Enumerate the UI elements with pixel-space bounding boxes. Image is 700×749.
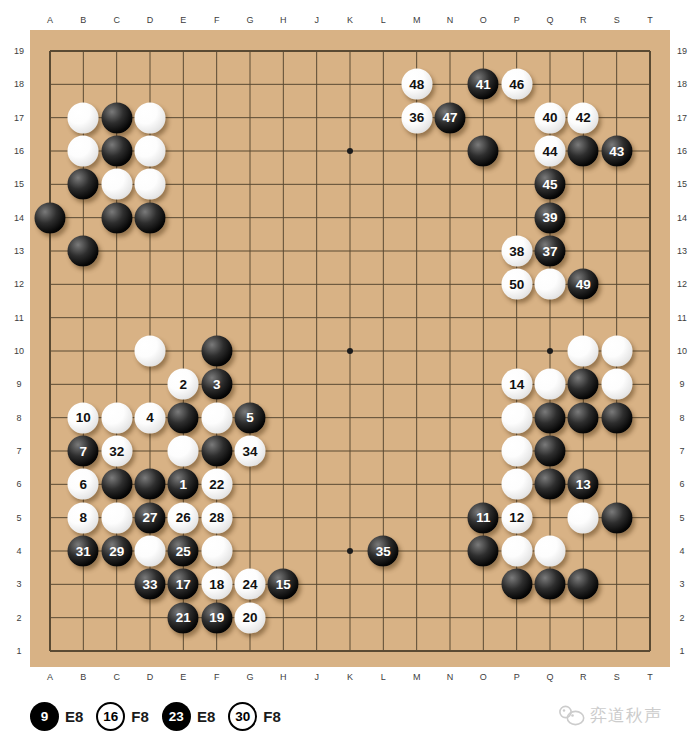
stone-C14 bbox=[101, 202, 132, 233]
stone-S9 bbox=[601, 369, 632, 400]
stone-Q13: 37 bbox=[535, 236, 566, 267]
go-stones-icon bbox=[557, 703, 587, 728]
move-number: 43 bbox=[609, 144, 624, 158]
stone-E5: 26 bbox=[168, 502, 199, 533]
move-number: 26 bbox=[176, 511, 191, 525]
row-label-right: 1 bbox=[679, 647, 684, 656]
move-number: 38 bbox=[509, 244, 524, 258]
row-label-left: 3 bbox=[16, 580, 21, 589]
stone-D4 bbox=[135, 536, 166, 567]
column-label-bottom: J bbox=[314, 673, 319, 682]
move-number: 41 bbox=[476, 78, 491, 92]
column-label-top: A bbox=[47, 16, 53, 25]
stone-C7: 32 bbox=[101, 436, 132, 467]
stone-C5 bbox=[101, 502, 132, 533]
stone-D8: 4 bbox=[135, 402, 166, 433]
stone-E3: 17 bbox=[168, 569, 199, 600]
stone-S16: 43 bbox=[601, 136, 632, 167]
stone-R16 bbox=[568, 136, 599, 167]
stone-F6: 22 bbox=[201, 469, 232, 500]
stone-B4: 31 bbox=[68, 536, 99, 567]
column-label-bottom: S bbox=[614, 673, 620, 682]
row-label-left: 7 bbox=[16, 447, 21, 456]
row-label-right: 13 bbox=[677, 247, 687, 256]
row-label-right: 10 bbox=[677, 347, 687, 356]
column-label-top: P bbox=[514, 16, 520, 25]
stone-P4 bbox=[501, 536, 532, 567]
stone-R5 bbox=[568, 502, 599, 533]
column-label-bottom: D bbox=[147, 673, 154, 682]
stone-L4: 35 bbox=[368, 536, 399, 567]
stone-B7: 7 bbox=[68, 436, 99, 467]
logo-text: 弈道秋声 bbox=[590, 704, 662, 727]
move-number: 49 bbox=[576, 278, 591, 292]
stone-F9: 3 bbox=[201, 369, 232, 400]
stone-E4: 25 bbox=[168, 536, 199, 567]
column-label-bottom: O bbox=[480, 673, 487, 682]
row-label-right: 17 bbox=[677, 113, 687, 122]
stone-R12: 49 bbox=[568, 269, 599, 300]
row-label-left: 2 bbox=[16, 613, 21, 622]
stone-F7 bbox=[201, 436, 232, 467]
stone-D14 bbox=[135, 202, 166, 233]
row-label-left: 5 bbox=[16, 513, 21, 522]
column-label-bottom: B bbox=[80, 673, 86, 682]
row-label-left: 14 bbox=[14, 213, 24, 222]
stone-R9 bbox=[568, 369, 599, 400]
stone-H3: 15 bbox=[268, 569, 299, 600]
stone-S10 bbox=[601, 336, 632, 367]
row-label-left: 4 bbox=[16, 547, 21, 556]
row-label-left: 8 bbox=[16, 413, 21, 422]
stone-O16 bbox=[468, 136, 499, 167]
stone-F8 bbox=[201, 402, 232, 433]
stone-P9: 14 bbox=[501, 369, 532, 400]
row-label-left: 6 bbox=[16, 480, 21, 489]
legend-move-number: 9 bbox=[41, 710, 49, 724]
legend-coordinate: F8 bbox=[263, 708, 281, 725]
move-legend: 9E816F823E830F8 bbox=[30, 701, 294, 732]
stone-Q15: 45 bbox=[535, 169, 566, 200]
column-label-top: O bbox=[480, 16, 487, 25]
row-label-right: 2 bbox=[679, 613, 684, 622]
row-label-left: 13 bbox=[14, 247, 24, 256]
column-label-top: Q bbox=[546, 16, 553, 25]
row-label-right: 14 bbox=[677, 213, 687, 222]
move-number: 3 bbox=[213, 378, 221, 392]
stone-F10 bbox=[201, 336, 232, 367]
stone-D10 bbox=[135, 336, 166, 367]
column-label-top: B bbox=[80, 16, 86, 25]
stone-C16 bbox=[101, 136, 132, 167]
row-label-right: 3 bbox=[679, 580, 684, 589]
stone-Q7 bbox=[535, 436, 566, 467]
stone-B6: 6 bbox=[68, 469, 99, 500]
stone-N17: 47 bbox=[435, 102, 466, 133]
stone-C4: 29 bbox=[101, 536, 132, 567]
move-number: 46 bbox=[509, 78, 524, 92]
row-label-right: 15 bbox=[677, 180, 687, 189]
stone-E7 bbox=[168, 436, 199, 467]
move-number: 17 bbox=[176, 578, 191, 592]
column-label-bottom: Q bbox=[546, 673, 553, 682]
legend-entry: 9E8 bbox=[30, 702, 83, 731]
column-label-top: G bbox=[246, 16, 253, 25]
stone-P5: 12 bbox=[501, 502, 532, 533]
move-number: 47 bbox=[442, 111, 457, 125]
stone-Q3 bbox=[535, 569, 566, 600]
stone-C6 bbox=[101, 469, 132, 500]
stone-M17: 36 bbox=[401, 102, 432, 133]
stone-P8 bbox=[501, 402, 532, 433]
stone-B5: 8 bbox=[68, 502, 99, 533]
move-number: 36 bbox=[409, 111, 424, 125]
move-number: 5 bbox=[246, 411, 254, 425]
stone-C17 bbox=[101, 102, 132, 133]
stone-E8 bbox=[168, 402, 199, 433]
move-number: 44 bbox=[542, 144, 557, 158]
stone-P3 bbox=[501, 569, 532, 600]
move-number: 31 bbox=[76, 544, 91, 558]
column-label-top: T bbox=[647, 16, 653, 25]
legend-move-number: 16 bbox=[103, 710, 118, 724]
row-label-right: 7 bbox=[679, 447, 684, 456]
column-label-top: K bbox=[347, 16, 353, 25]
move-number: 34 bbox=[242, 444, 257, 458]
column-label-top: F bbox=[214, 16, 220, 25]
column-label-top: C bbox=[113, 16, 120, 25]
legend-stone-black: 23 bbox=[162, 702, 191, 731]
stone-R3 bbox=[568, 569, 599, 600]
stone-Q4 bbox=[535, 536, 566, 567]
stone-G3: 24 bbox=[235, 569, 266, 600]
stone-G8: 5 bbox=[235, 402, 266, 433]
stone-E6: 1 bbox=[168, 469, 199, 500]
stone-D3: 33 bbox=[135, 569, 166, 600]
move-number: 8 bbox=[80, 511, 88, 525]
stone-D15 bbox=[135, 169, 166, 200]
move-number: 12 bbox=[509, 511, 524, 525]
row-label-right: 6 bbox=[679, 480, 684, 489]
stone-F3: 18 bbox=[201, 569, 232, 600]
move-number: 7 bbox=[80, 444, 88, 458]
move-number: 45 bbox=[542, 178, 557, 192]
move-number: 37 bbox=[542, 244, 557, 258]
column-label-top: M bbox=[413, 16, 421, 25]
stone-Q9 bbox=[535, 369, 566, 400]
stone-C15 bbox=[101, 169, 132, 200]
column-label-bottom: N bbox=[447, 673, 454, 682]
legend-entry: 16F8 bbox=[96, 702, 149, 731]
column-label-top: D bbox=[147, 16, 154, 25]
move-number: 39 bbox=[542, 211, 557, 225]
move-number: 33 bbox=[142, 578, 157, 592]
move-number: 28 bbox=[209, 511, 224, 525]
column-label-top: R bbox=[580, 16, 587, 25]
move-number: 48 bbox=[409, 78, 424, 92]
stone-Q6 bbox=[535, 469, 566, 500]
legend-coordinate: E8 bbox=[65, 708, 83, 725]
stone-B13 bbox=[68, 236, 99, 267]
column-label-bottom: M bbox=[413, 673, 421, 682]
stone-O5: 11 bbox=[468, 502, 499, 533]
stone-D16 bbox=[135, 136, 166, 167]
stone-Q8 bbox=[535, 402, 566, 433]
row-label-right: 18 bbox=[677, 80, 687, 89]
stone-B16 bbox=[68, 136, 99, 167]
stone-C8 bbox=[101, 402, 132, 433]
column-label-bottom: T bbox=[647, 673, 653, 682]
stone-D17 bbox=[135, 102, 166, 133]
row-label-right: 8 bbox=[679, 413, 684, 422]
column-label-bottom: K bbox=[347, 673, 353, 682]
row-label-right: 11 bbox=[677, 313, 686, 322]
row-label-right: 12 bbox=[677, 280, 687, 289]
column-label-top: J bbox=[314, 16, 319, 25]
column-label-bottom: H bbox=[280, 673, 287, 682]
column-label-top: L bbox=[381, 16, 386, 25]
column-label-bottom: P bbox=[514, 673, 520, 682]
column-label-top: S bbox=[614, 16, 620, 25]
stone-E9: 2 bbox=[168, 369, 199, 400]
move-number: 21 bbox=[176, 611, 191, 625]
move-number: 25 bbox=[176, 544, 191, 558]
legend-move-number: 30 bbox=[235, 710, 250, 724]
move-number: 50 bbox=[509, 278, 524, 292]
move-number: 2 bbox=[180, 378, 188, 392]
stone-D6 bbox=[135, 469, 166, 500]
column-label-bottom: E bbox=[180, 673, 186, 682]
stone-F4 bbox=[201, 536, 232, 567]
stone-O4 bbox=[468, 536, 499, 567]
stone-S5 bbox=[601, 502, 632, 533]
stone-Q17: 40 bbox=[535, 102, 566, 133]
column-label-bottom: C bbox=[113, 673, 120, 682]
stone-B8: 10 bbox=[68, 402, 99, 433]
legend-stone-white: 30 bbox=[228, 702, 257, 731]
row-label-left: 1 bbox=[16, 647, 21, 656]
move-number: 10 bbox=[76, 411, 91, 425]
row-label-right: 4 bbox=[679, 547, 684, 556]
legend-coordinate: E8 bbox=[197, 708, 215, 725]
stone-R17: 42 bbox=[568, 102, 599, 133]
stone-P12: 50 bbox=[501, 269, 532, 300]
stone-R8 bbox=[568, 402, 599, 433]
move-number: 18 bbox=[209, 578, 224, 592]
stone-G7: 34 bbox=[235, 436, 266, 467]
go-diagram: AABBCCDDEEFFGGHHJJKKLLMMNNOOPPQQRRSSTT19… bbox=[0, 0, 700, 749]
move-number: 22 bbox=[209, 478, 224, 492]
row-label-left: 15 bbox=[14, 180, 24, 189]
move-number: 15 bbox=[276, 578, 291, 592]
move-number: 6 bbox=[80, 478, 88, 492]
stone-D5: 27 bbox=[135, 502, 166, 533]
row-label-left: 17 bbox=[14, 113, 24, 122]
stone-P6 bbox=[501, 469, 532, 500]
move-number: 13 bbox=[576, 478, 591, 492]
move-number: 14 bbox=[509, 378, 524, 392]
stone-F5: 28 bbox=[201, 502, 232, 533]
move-number: 27 bbox=[142, 511, 157, 525]
legend-stone-black: 9 bbox=[30, 702, 59, 731]
stone-S8 bbox=[601, 402, 632, 433]
row-label-right: 19 bbox=[677, 47, 687, 56]
move-number: 35 bbox=[376, 544, 391, 558]
column-label-bottom: F bbox=[214, 673, 220, 682]
move-number: 42 bbox=[576, 111, 591, 125]
legend-entry: 30F8 bbox=[228, 702, 281, 731]
move-number: 32 bbox=[109, 444, 124, 458]
row-label-right: 5 bbox=[679, 513, 684, 522]
stone-R6: 13 bbox=[568, 469, 599, 500]
move-number: 40 bbox=[542, 111, 557, 125]
column-label-top: N bbox=[447, 16, 454, 25]
move-number: 20 bbox=[242, 611, 257, 625]
move-number: 24 bbox=[242, 578, 257, 592]
column-label-bottom: G bbox=[246, 673, 253, 682]
stone-F2: 19 bbox=[201, 602, 232, 633]
row-label-left: 19 bbox=[14, 47, 24, 56]
stone-O18: 41 bbox=[468, 69, 499, 100]
column-label-bottom: L bbox=[381, 673, 386, 682]
stone-Q14: 39 bbox=[535, 202, 566, 233]
stone-G2: 20 bbox=[235, 602, 266, 633]
stone-B17 bbox=[68, 102, 99, 133]
legend-stone-white: 16 bbox=[96, 702, 125, 731]
stone-Q16: 44 bbox=[535, 136, 566, 167]
stone-A14 bbox=[35, 202, 66, 233]
move-number: 11 bbox=[476, 511, 490, 525]
row-label-right: 9 bbox=[679, 380, 684, 389]
row-label-left: 16 bbox=[14, 147, 24, 156]
row-label-left: 11 bbox=[14, 313, 23, 322]
stone-M18: 48 bbox=[401, 69, 432, 100]
column-label-top: E bbox=[180, 16, 186, 25]
column-label-bottom: R bbox=[580, 673, 587, 682]
move-number: 1 bbox=[180, 478, 188, 492]
logo: 弈道秋声 bbox=[557, 703, 662, 728]
column-label-top: H bbox=[280, 16, 287, 25]
stone-P18: 46 bbox=[501, 69, 532, 100]
row-label-left: 9 bbox=[16, 380, 21, 389]
stone-P7 bbox=[501, 436, 532, 467]
move-number: 4 bbox=[146, 411, 154, 425]
stone-R10 bbox=[568, 336, 599, 367]
row-label-left: 18 bbox=[14, 80, 24, 89]
stone-E2: 21 bbox=[168, 602, 199, 633]
column-label-bottom: A bbox=[47, 673, 53, 682]
row-label-left: 10 bbox=[14, 347, 24, 356]
legend-coordinate: F8 bbox=[131, 708, 149, 725]
legend-move-number: 23 bbox=[169, 710, 184, 724]
move-number: 29 bbox=[109, 544, 124, 558]
stone-Q12 bbox=[535, 269, 566, 300]
row-label-right: 16 bbox=[677, 147, 687, 156]
legend-entry: 23E8 bbox=[162, 702, 215, 731]
stone-B15 bbox=[68, 169, 99, 200]
stone-P13: 38 bbox=[501, 236, 532, 267]
row-label-left: 12 bbox=[14, 280, 24, 289]
move-number: 19 bbox=[209, 611, 224, 625]
